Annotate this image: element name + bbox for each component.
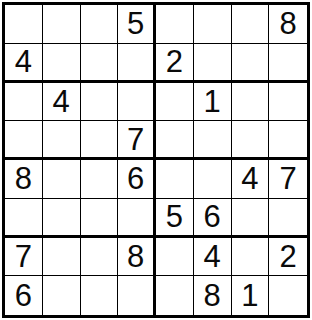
given-cell-r4c4: 7: [118, 121, 156, 160]
empty-cell-r5c6[interactable]: [194, 160, 232, 199]
empty-cell-r1c2[interactable]: [43, 5, 81, 44]
given-cell-r7c8: 2: [269, 238, 307, 277]
given-cell-r7c1: 7: [5, 238, 43, 277]
empty-cell-r3c5[interactable]: [156, 83, 194, 122]
empty-cell-r8c3[interactable]: [81, 276, 119, 315]
empty-cell-r1c5[interactable]: [156, 5, 194, 44]
given-cell-r2c5: 2: [156, 44, 194, 83]
empty-cell-r7c7[interactable]: [232, 238, 270, 277]
given-cell-r1c4: 5: [118, 5, 156, 44]
given-cell-r8c7: 1: [232, 276, 270, 315]
empty-cell-r1c3[interactable]: [81, 5, 119, 44]
empty-cell-r4c6[interactable]: [194, 121, 232, 160]
empty-cell-r6c2[interactable]: [43, 199, 81, 238]
empty-cell-r4c1[interactable]: [5, 121, 43, 160]
empty-cell-r1c7[interactable]: [232, 5, 270, 44]
empty-cell-r8c2[interactable]: [43, 276, 81, 315]
given-cell-r6c6: 6: [194, 199, 232, 238]
empty-cell-r7c5[interactable]: [156, 238, 194, 277]
empty-cell-r3c3[interactable]: [81, 83, 119, 122]
given-cell-r1c8: 8: [269, 5, 307, 44]
empty-cell-r7c3[interactable]: [81, 238, 119, 277]
empty-cell-r8c5[interactable]: [156, 276, 194, 315]
empty-cell-r2c3[interactable]: [81, 44, 119, 83]
empty-cell-r5c3[interactable]: [81, 160, 119, 199]
given-cell-r2c1: 4: [5, 44, 43, 83]
given-cell-r8c1: 6: [5, 276, 43, 315]
empty-cell-r6c7[interactable]: [232, 199, 270, 238]
empty-cell-r4c5[interactable]: [156, 121, 194, 160]
sudoku-board: 58424178647567842681: [2, 2, 310, 318]
empty-cell-r3c1[interactable]: [5, 83, 43, 122]
empty-cell-r2c8[interactable]: [269, 44, 307, 83]
empty-cell-r6c4[interactable]: [118, 199, 156, 238]
empty-cell-r4c3[interactable]: [81, 121, 119, 160]
empty-cell-r6c3[interactable]: [81, 199, 119, 238]
given-cell-r7c6: 4: [194, 238, 232, 277]
given-cell-r5c8: 7: [269, 160, 307, 199]
empty-cell-r8c8[interactable]: [269, 276, 307, 315]
empty-cell-r6c8[interactable]: [269, 199, 307, 238]
given-cell-r5c4: 6: [118, 160, 156, 199]
given-cell-r5c1: 8: [5, 160, 43, 199]
given-cell-r3c6: 1: [194, 83, 232, 122]
given-cell-r5c7: 4: [232, 160, 270, 199]
empty-cell-r4c7[interactable]: [232, 121, 270, 160]
empty-cell-r2c6[interactable]: [194, 44, 232, 83]
empty-cell-r6c1[interactable]: [5, 199, 43, 238]
empty-cell-r8c4[interactable]: [118, 276, 156, 315]
empty-cell-r4c2[interactable]: [43, 121, 81, 160]
given-cell-r8c6: 8: [194, 276, 232, 315]
empty-cell-r7c2[interactable]: [43, 238, 81, 277]
empty-cell-r2c2[interactable]: [43, 44, 81, 83]
empty-cell-r5c5[interactable]: [156, 160, 194, 199]
empty-cell-r2c4[interactable]: [118, 44, 156, 83]
empty-cell-r5c2[interactable]: [43, 160, 81, 199]
empty-cell-r4c8[interactable]: [269, 121, 307, 160]
given-cell-r6c5: 5: [156, 199, 194, 238]
empty-cell-r3c4[interactable]: [118, 83, 156, 122]
empty-cell-r1c6[interactable]: [194, 5, 232, 44]
empty-cell-r3c7[interactable]: [232, 83, 270, 122]
empty-cell-r1c1[interactable]: [5, 5, 43, 44]
given-cell-r3c2: 4: [43, 83, 81, 122]
given-cell-r7c4: 8: [118, 238, 156, 277]
empty-cell-r3c8[interactable]: [269, 83, 307, 122]
empty-cell-r2c7[interactable]: [232, 44, 270, 83]
